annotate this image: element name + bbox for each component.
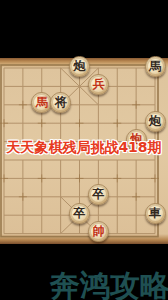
piece-red-兵[interactable]: 兵 [88,74,109,95]
piece-black-馬[interactable]: 馬 [145,56,166,77]
bottom-letterbox: 奔鸿攻略网 [0,244,168,300]
piece-red-帥[interactable]: 帥 [88,221,109,242]
app-screenshot: 炮馬兵馬将炮炮卒卒車帥 天天象棋残局挑战418期 奔鸿攻略网 [0,0,168,300]
top-letterbox [0,0,168,58]
piece-black-卒[interactable]: 卒 [69,203,90,224]
piece-black-炮[interactable]: 炮 [145,111,166,132]
challenge-title: 天天象棋残局挑战418期 [0,139,168,157]
piece-black-車[interactable]: 車 [145,203,166,224]
piece-black-炮[interactable]: 炮 [69,56,90,77]
watermark-text: 奔鸿攻略网 [50,266,168,300]
